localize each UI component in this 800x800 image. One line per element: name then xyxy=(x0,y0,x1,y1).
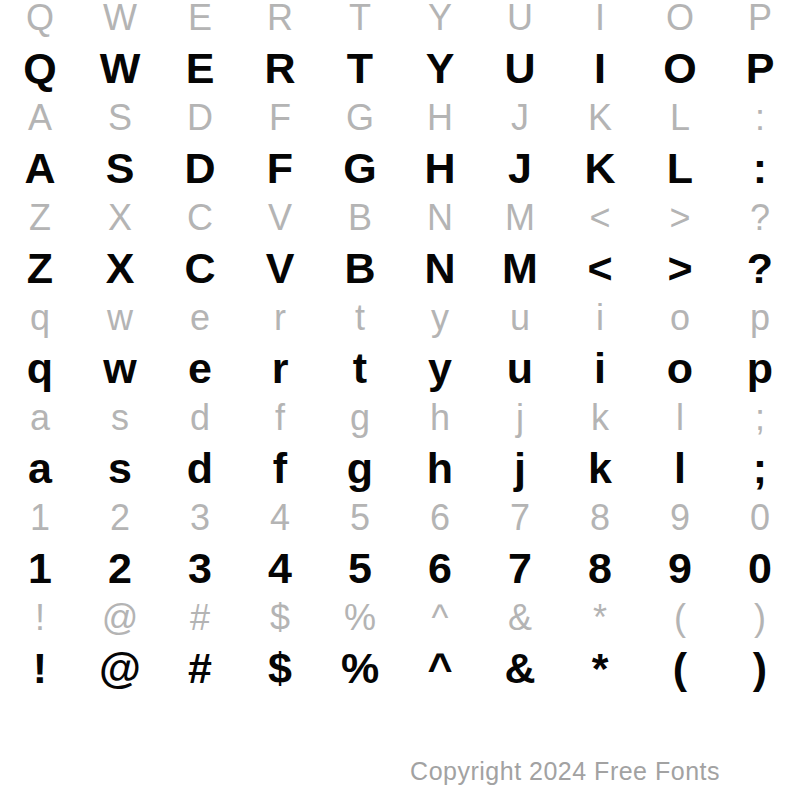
character-cell: J xyxy=(508,147,532,190)
character-cell: X xyxy=(108,200,132,236)
character-cell: a xyxy=(30,400,50,436)
character-cell: d xyxy=(187,447,213,490)
character-cell: X xyxy=(106,247,135,290)
character-cell: g xyxy=(347,447,373,490)
character-cell: K xyxy=(588,100,612,136)
character-cell: ; xyxy=(753,447,767,490)
character-cell: W xyxy=(100,47,141,90)
character-cell: S xyxy=(108,100,132,136)
character-cell: 6 xyxy=(428,547,452,590)
char-row-muted: qwertyuiop xyxy=(0,293,800,343)
character-cell: L xyxy=(670,100,690,136)
character-cell: V xyxy=(266,247,295,290)
character-cell: W xyxy=(103,0,137,36)
character-cell: g xyxy=(350,400,370,436)
character-cell: f xyxy=(273,447,287,490)
character-cell: s xyxy=(108,447,132,490)
character-cell: * xyxy=(592,647,609,690)
character-cell: t xyxy=(353,347,367,390)
character-cell: R xyxy=(264,47,295,90)
character-cell: * xyxy=(593,600,607,636)
character-cell: 9 xyxy=(670,500,690,536)
character-cell: 1 xyxy=(30,500,50,536)
char-row-muted: ASDFGHJKL: xyxy=(0,93,800,143)
character-cell: T xyxy=(347,47,373,90)
char-row-bold: !@#$%^&*() xyxy=(0,643,800,693)
character-cell: Y xyxy=(426,47,455,90)
character-cell: ( xyxy=(673,647,687,690)
character-cell: 5 xyxy=(350,500,370,536)
char-row-bold: ASDFGHJKL: xyxy=(0,143,800,193)
char-row-bold: ZXCVBNM<>? xyxy=(0,243,800,293)
character-cell: 9 xyxy=(668,547,692,590)
char-row-muted: QWERTYUIOP xyxy=(0,0,800,43)
character-cell: ? xyxy=(747,247,773,290)
font-specimen-page: QWERTYUIOPQWERTYUIOPASDFGHJKL:ASDFGHJKL:… xyxy=(0,0,800,800)
char-row-bold: QWERTYUIOP xyxy=(0,43,800,93)
character-cell: ? xyxy=(750,200,770,236)
character-cell: s xyxy=(111,400,129,436)
character-cell: N xyxy=(427,200,453,236)
character-cell: ) xyxy=(753,647,767,690)
character-cell: 8 xyxy=(590,500,610,536)
character-cell: 4 xyxy=(270,500,290,536)
character-cell: Y xyxy=(428,0,452,36)
character-cell: % xyxy=(344,600,376,636)
character-cell: C xyxy=(184,247,215,290)
character-cell: H xyxy=(424,147,455,190)
character-cell: @ xyxy=(102,600,139,636)
character-cell: J xyxy=(511,100,529,136)
character-cell: 3 xyxy=(188,547,212,590)
character-cell: k xyxy=(588,447,612,490)
character-cell: ^ xyxy=(427,647,452,690)
character-cell: E xyxy=(186,47,215,90)
character-cell: w xyxy=(103,347,136,390)
character-cell: O xyxy=(663,47,696,90)
character-cell: M xyxy=(502,247,538,290)
char-row-bold: 1234567890 xyxy=(0,543,800,593)
character-cell: 6 xyxy=(430,500,450,536)
character-cell: C xyxy=(187,200,213,236)
character-cell: 4 xyxy=(268,547,292,590)
character-cell: 7 xyxy=(508,547,532,590)
char-row-bold: qwertyuiop xyxy=(0,343,800,393)
character-cell: R xyxy=(267,0,293,36)
character-cell: B xyxy=(348,200,372,236)
character-cell: P xyxy=(748,0,772,36)
character-cell: > xyxy=(669,200,690,236)
character-cell: S xyxy=(106,147,135,190)
character-cell: @ xyxy=(99,647,141,690)
character-cell: o xyxy=(670,300,690,336)
character-cell: A xyxy=(24,147,55,190)
character-cell: $ xyxy=(270,600,290,636)
character-cell: B xyxy=(344,247,375,290)
character-grid: QWERTYUIOPQWERTYUIOPASDFGHJKL:ASDFGHJKL:… xyxy=(0,0,800,693)
character-cell: l xyxy=(674,447,686,490)
character-cell: p xyxy=(747,347,773,390)
character-cell: D xyxy=(184,147,215,190)
character-cell: I xyxy=(595,0,605,36)
character-cell: l xyxy=(676,400,684,436)
character-cell: I xyxy=(594,47,606,90)
character-cell: D xyxy=(187,100,213,136)
character-cell: e xyxy=(190,300,210,336)
char-row-bold: asdfghjkl; xyxy=(0,443,800,493)
character-cell: M xyxy=(505,200,535,236)
character-cell: 5 xyxy=(348,547,372,590)
character-cell: & xyxy=(504,647,535,690)
character-cell: r xyxy=(272,347,289,390)
character-cell: f xyxy=(275,400,285,436)
character-cell: < xyxy=(587,247,612,290)
character-cell: 8 xyxy=(588,547,612,590)
character-cell: 7 xyxy=(510,500,530,536)
character-cell: ( xyxy=(674,600,686,636)
character-cell: G xyxy=(343,147,376,190)
character-cell: t xyxy=(355,300,365,336)
character-cell: ) xyxy=(754,600,766,636)
character-cell: i xyxy=(594,347,606,390)
character-cell: q xyxy=(30,300,50,336)
character-cell: p xyxy=(750,300,770,336)
char-row-muted: ZXCVBNM<>? xyxy=(0,193,800,243)
character-cell: K xyxy=(584,147,615,190)
character-cell: h xyxy=(430,400,450,436)
copyright-watermark: Copyright 2024 Free Fonts xyxy=(410,757,720,786)
character-cell: r xyxy=(274,300,286,336)
character-cell: O xyxy=(666,0,694,36)
character-cell: j xyxy=(514,447,526,490)
character-cell: F xyxy=(269,100,291,136)
character-cell: e xyxy=(188,347,212,390)
character-cell: ! xyxy=(35,600,45,636)
character-cell: $ xyxy=(268,647,292,690)
character-cell: y xyxy=(428,347,452,390)
character-cell: ! xyxy=(33,647,47,690)
character-cell: Z xyxy=(29,200,51,236)
character-cell: A xyxy=(28,100,52,136)
character-cell: G xyxy=(346,100,374,136)
character-cell: k xyxy=(591,400,609,436)
character-cell: P xyxy=(746,47,775,90)
character-cell: o xyxy=(667,347,693,390)
character-cell: < xyxy=(589,200,610,236)
character-cell: # xyxy=(188,647,212,690)
character-cell: j xyxy=(516,400,524,436)
character-cell: a xyxy=(28,447,52,490)
character-cell: U xyxy=(507,0,533,36)
character-cell: T xyxy=(349,0,371,36)
character-cell: y xyxy=(431,300,449,336)
character-cell: d xyxy=(190,400,210,436)
character-cell: % xyxy=(341,647,379,690)
character-cell: : xyxy=(753,147,767,190)
character-cell: ; xyxy=(755,400,765,436)
character-cell: N xyxy=(424,247,455,290)
character-cell: : xyxy=(755,100,765,136)
character-cell: ^ xyxy=(432,600,449,636)
character-cell: 3 xyxy=(190,500,210,536)
character-cell: U xyxy=(504,47,535,90)
character-cell: F xyxy=(267,147,293,190)
character-cell: Z xyxy=(27,247,53,290)
character-cell: E xyxy=(188,0,212,36)
character-cell: 2 xyxy=(108,547,132,590)
character-cell: h xyxy=(427,447,453,490)
character-cell: w xyxy=(107,300,133,336)
char-row-muted: 1234567890 xyxy=(0,493,800,543)
character-cell: V xyxy=(268,200,292,236)
character-cell: q xyxy=(27,347,53,390)
character-cell: H xyxy=(427,100,453,136)
character-cell: # xyxy=(190,600,210,636)
character-cell: Q xyxy=(26,0,54,36)
character-cell: 1 xyxy=(28,547,52,590)
character-cell: L xyxy=(667,147,693,190)
character-cell: i xyxy=(596,300,604,336)
character-cell: u xyxy=(507,347,533,390)
character-cell: 2 xyxy=(110,500,130,536)
character-cell: & xyxy=(508,600,532,636)
character-cell: > xyxy=(667,247,692,290)
char-row-muted: !@#$%^&*() xyxy=(0,593,800,643)
character-cell: 0 xyxy=(748,547,772,590)
character-cell: Q xyxy=(23,47,56,90)
char-row-muted: asdfghjkl; xyxy=(0,393,800,443)
character-cell: 0 xyxy=(750,500,770,536)
character-cell: u xyxy=(510,300,530,336)
